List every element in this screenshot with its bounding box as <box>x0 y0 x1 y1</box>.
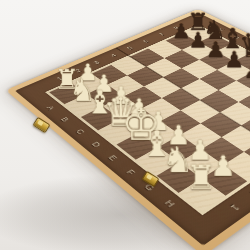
photo-scene: ABCDEFGH ABCDEFGH 87654321 87654321 ♜♞♝♛… <box>0 0 250 250</box>
square-d4 <box>162 88 200 110</box>
black-rook: ♜ <box>186 11 209 35</box>
